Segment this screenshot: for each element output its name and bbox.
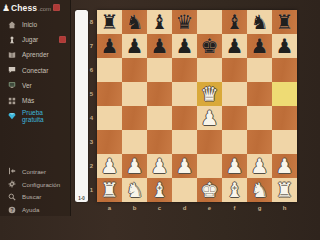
rank-label-7: 7 <box>87 34 96 58</box>
chesscom-logo[interactable]: ♟ Chess .com <box>2 1 68 14</box>
square-e6[interactable] <box>197 58 222 82</box>
square-h4[interactable] <box>272 106 297 130</box>
piece-white-rook: ♜ <box>101 178 119 202</box>
square-a6[interactable] <box>97 58 122 82</box>
piece-black-pawn: ♟ <box>101 34 119 58</box>
square-h3[interactable] <box>272 130 297 154</box>
notification-badge[interactable] <box>53 4 60 11</box>
square-f2[interactable]: ♟ <box>222 154 247 178</box>
piece-black-pawn: ♟ <box>126 34 144 58</box>
sidebar-bottom-nav: Contraer Configuración Buscar ? Ayuda <box>0 165 70 216</box>
file-label-c: c <box>147 202 172 213</box>
learn-book-icon <box>8 51 16 59</box>
square-a5[interactable] <box>97 82 122 106</box>
square-g5[interactable] <box>247 82 272 106</box>
piece-white-pawn: ♟ <box>226 154 244 178</box>
square-g7[interactable]: ♟ <box>247 34 272 58</box>
square-c3[interactable] <box>147 130 172 154</box>
square-f1[interactable]: ♝ <box>222 178 247 202</box>
rank-label-8: 8 <box>87 10 96 34</box>
square-f7[interactable]: ♟ <box>222 34 247 58</box>
sidebar-item-label: Inicio <box>22 21 37 28</box>
square-a7[interactable]: ♟ <box>97 34 122 58</box>
piece-black-pawn: ♟ <box>151 34 169 58</box>
square-h5[interactable] <box>272 82 297 106</box>
square-e2[interactable] <box>197 154 222 178</box>
square-f8[interactable]: ♝ <box>222 10 247 34</box>
square-b1[interactable]: ♞ <box>122 178 147 202</box>
rank-label-5: 5 <box>87 82 96 106</box>
rank-label-4: 4 <box>87 106 96 130</box>
piece-white-knight: ♞ <box>251 178 269 202</box>
square-g3[interactable] <box>247 130 272 154</box>
square-d4[interactable] <box>172 106 197 130</box>
logo-brand: Chess <box>11 3 37 13</box>
square-d3[interactable] <box>172 130 197 154</box>
piece-white-queen: ♛ <box>201 82 219 106</box>
square-a1[interactable]: ♜ <box>97 178 122 202</box>
rank-labels: 87654321 <box>87 10 96 202</box>
sidebar-item-label: Buscar <box>22 193 41 200</box>
square-h2[interactable]: ♟ <box>272 154 297 178</box>
sidebar-item-label: Prueba gratuita <box>22 109 66 123</box>
sidebar-item-label: Jugar <box>22 36 38 43</box>
square-h7[interactable]: ♟ <box>272 34 297 58</box>
square-d2[interactable]: ♟ <box>172 154 197 178</box>
square-a3[interactable] <box>97 130 122 154</box>
piece-black-queen: ♛ <box>176 10 194 34</box>
square-h8[interactable]: ♜ <box>272 10 297 34</box>
sidebar-item-mas[interactable]: Más <box>0 93 70 108</box>
board: ♜♞♝♛♝♞♜♟♟♟♟♚♟♟♟♛♟♟♟♟♟♟♟♟♜♞♝♚♝♞♜ <box>97 10 297 202</box>
sidebar-item-ver[interactable]: Ver <box>0 78 70 93</box>
pawn-icon <box>8 36 16 44</box>
square-e5[interactable]: ♛ <box>197 82 222 106</box>
square-d1[interactable] <box>172 178 197 202</box>
chat-bubble-icon <box>8 66 16 74</box>
sidebar-item-label: Contraer <box>22 168 46 175</box>
file-labels: abcdefgh <box>97 202 297 213</box>
piece-white-bishop: ♝ <box>151 178 169 202</box>
file-label-d: d <box>172 202 197 213</box>
collapse-icon <box>8 167 16 175</box>
square-h1[interactable]: ♜ <box>272 178 297 202</box>
sidebar-item-ayuda[interactable]: ? Ayuda <box>0 203 70 216</box>
square-h6[interactable] <box>272 58 297 82</box>
file-label-h: h <box>272 202 297 213</box>
rank-label-2: 2 <box>87 154 96 178</box>
sidebar-item-prueba-gratuita[interactable]: Prueba gratuita <box>0 109 70 124</box>
rank-label-1: 1 <box>87 178 96 202</box>
square-e7[interactable]: ♚ <box>197 34 222 58</box>
piece-black-knight: ♞ <box>126 10 144 34</box>
piece-white-pawn: ♟ <box>151 154 169 178</box>
rank-label-6: 6 <box>87 58 96 82</box>
square-f4[interactable] <box>222 106 247 130</box>
square-g4[interactable] <box>247 106 272 130</box>
sidebar-item-conectar[interactable]: Conectar <box>0 63 70 78</box>
sidebar-item-label: Aprender <box>22 51 49 58</box>
square-g8[interactable]: ♞ <box>247 10 272 34</box>
piece-black-pawn: ♟ <box>251 34 269 58</box>
piece-black-king: ♚ <box>201 34 219 58</box>
piece-white-pawn: ♟ <box>176 154 194 178</box>
piece-black-bishop: ♝ <box>151 10 169 34</box>
square-d6[interactable] <box>172 58 197 82</box>
help-icon: ? <box>8 206 16 214</box>
piece-black-knight: ♞ <box>251 10 269 34</box>
sidebar-item-inicio[interactable]: Inicio <box>0 17 70 32</box>
square-c4[interactable] <box>147 106 172 130</box>
square-c2[interactable]: ♟ <box>147 154 172 178</box>
home-icon <box>8 21 16 29</box>
rank-label-3: 3 <box>87 130 96 154</box>
sidebar: ♟ Chess .com Inicio Jugar Aprender <box>0 0 71 216</box>
square-f3[interactable] <box>222 130 247 154</box>
logo-tld: .com <box>38 6 51 12</box>
grid-icon <box>8 97 16 105</box>
sidebar-item-configuracion[interactable]: Configuración <box>0 178 70 191</box>
piece-white-pawn: ♟ <box>126 154 144 178</box>
square-g2[interactable]: ♟ <box>247 154 272 178</box>
file-label-a: a <box>97 202 122 213</box>
square-c7[interactable]: ♟ <box>147 34 172 58</box>
square-a8[interactable]: ♜ <box>97 10 122 34</box>
sidebar-item-contraer[interactable]: Contraer <box>0 165 70 178</box>
square-e8[interactable] <box>197 10 222 34</box>
square-a4[interactable] <box>97 106 122 130</box>
square-e4[interactable]: ♟ <box>197 106 222 130</box>
file-label-b: b <box>122 202 147 213</box>
piece-black-pawn: ♟ <box>226 34 244 58</box>
piece-white-rook: ♜ <box>276 178 294 202</box>
sidebar-item-label: Ver <box>22 82 32 89</box>
square-e1[interactable]: ♚ <box>197 178 222 202</box>
square-b8[interactable]: ♞ <box>122 10 147 34</box>
sidebar-item-label: Ayuda <box>22 206 39 213</box>
square-b7[interactable]: ♟ <box>122 34 147 58</box>
square-c8[interactable]: ♝ <box>147 10 172 34</box>
file-label-f: f <box>222 202 247 213</box>
piece-white-knight: ♞ <box>126 178 144 202</box>
square-c5[interactable] <box>147 82 172 106</box>
svg-text:?: ? <box>10 206 13 212</box>
square-b5[interactable] <box>122 82 147 106</box>
sidebar-item-aprender[interactable]: Aprender <box>0 47 70 62</box>
diamond-icon <box>8 112 16 120</box>
square-d8[interactable]: ♛ <box>172 10 197 34</box>
piece-black-pawn: ♟ <box>176 34 194 58</box>
square-c6[interactable] <box>147 58 172 82</box>
square-f5[interactable] <box>222 82 247 106</box>
tv-icon <box>8 81 16 89</box>
square-d7[interactable]: ♟ <box>172 34 197 58</box>
piece-white-bishop: ♝ <box>226 178 244 202</box>
square-f6[interactable] <box>222 58 247 82</box>
piece-white-pawn: ♟ <box>276 154 294 178</box>
square-d5[interactable] <box>172 82 197 106</box>
square-b4[interactable] <box>122 106 147 130</box>
sidebar-item-label: Configuración <box>22 181 60 188</box>
square-b2[interactable]: ♟ <box>122 154 147 178</box>
piece-white-pawn: ♟ <box>101 154 119 178</box>
file-label-e: e <box>197 202 222 213</box>
jugar-badge <box>59 36 66 43</box>
square-c1[interactable]: ♝ <box>147 178 172 202</box>
sidebar-item-jugar[interactable]: Jugar <box>0 32 70 47</box>
piece-black-pawn: ♟ <box>276 34 294 58</box>
piece-black-rook: ♜ <box>276 10 294 34</box>
square-b3[interactable] <box>122 130 147 154</box>
square-g6[interactable] <box>247 58 272 82</box>
sidebar-item-label: Conectar <box>22 67 48 74</box>
square-a2[interactable]: ♟ <box>97 154 122 178</box>
piece-white-pawn: ♟ <box>201 106 219 130</box>
sidebar-item-label: Más <box>22 97 34 104</box>
file-label-g: g <box>247 202 272 213</box>
sidebar-item-buscar[interactable]: Buscar <box>0 190 70 203</box>
logo-pawn-icon: ♟ <box>2 3 10 13</box>
piece-white-king: ♚ <box>201 178 219 202</box>
piece-black-rook: ♜ <box>101 10 119 34</box>
square-e3[interactable] <box>197 130 222 154</box>
piece-black-bishop: ♝ <box>226 10 244 34</box>
sidebar-nav: Inicio Jugar Aprender Conectar Ver <box>0 17 70 124</box>
square-b6[interactable] <box>122 58 147 82</box>
square-g1[interactable]: ♞ <box>247 178 272 202</box>
piece-white-pawn: ♟ <box>251 154 269 178</box>
search-icon <box>8 193 16 201</box>
gear-icon <box>8 180 16 188</box>
